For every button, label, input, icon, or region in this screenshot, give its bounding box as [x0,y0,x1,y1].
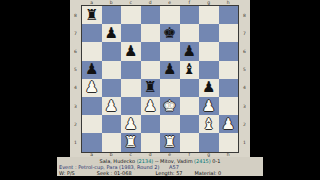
rank-label-2: 2 [239,115,250,133]
square-c7 [121,24,141,42]
square-h5 [219,61,239,79]
piece-white-rook-c1: ♜ [124,135,137,150]
square-f1 [180,133,200,151]
square-f7 [180,24,200,42]
square-e3: ♚ [160,97,180,115]
square-d7 [141,24,161,42]
square-h4 [219,79,239,97]
square-b3: ♟ [102,97,122,115]
rank-label-8: 8 [70,6,81,24]
stat-side: W: P/S [59,170,75,176]
square-f6: ♟ [180,42,200,60]
square-e6 [160,42,180,60]
rank-label-1: 1 [239,133,250,151]
rank-labels-left: 87654321 [70,6,81,152]
stat-length: Length: 57 [156,170,183,176]
piece-white-bishop-g2: ♝ [202,117,215,132]
rank-label-6: 6 [70,42,81,60]
square-g4: ♟ [199,79,219,97]
square-a7 [82,24,102,42]
square-b5 [102,61,122,79]
piece-black-pawn-e5: ♟ [163,62,176,77]
piece-black-king-e7: ♚ [163,26,176,41]
rank-label-7: 7 [70,24,81,42]
piece-black-pawn-b7: ♟ [105,26,118,41]
square-c5 [121,61,141,79]
square-e7: ♚ [160,24,180,42]
square-a5: ♟ [82,61,102,79]
square-f8 [180,6,200,24]
rank-labels-right: 87654321 [239,6,250,152]
rank-label-5: 5 [239,61,250,79]
square-d6 [141,42,161,60]
players-line: Sala, Hudecko (2134) -- Mitov, Vadim (24… [57,157,263,164]
piece-black-pawn-g4: ♟ [202,80,215,95]
square-h8 [219,6,239,24]
piece-black-bishop-f5: ♝ [183,62,196,77]
square-e1: ♜ [160,133,180,151]
square-g2: ♝ [199,115,219,133]
square-a8: ♜ [82,6,102,24]
square-g8 [199,6,219,24]
square-a1 [82,133,102,151]
rank-label-3: 3 [70,97,81,115]
square-b6 [102,42,122,60]
square-d8 [141,6,161,24]
rank-label-2: 2 [70,115,81,133]
rank-label-6: 6 [239,42,250,60]
square-b7: ♟ [102,24,122,42]
piece-black-pawn-a5: ♟ [85,62,98,77]
rank-label-7: 7 [239,24,250,42]
square-c3 [121,97,141,115]
square-h7 [219,24,239,42]
piece-black-rook-d4: ♜ [144,80,157,95]
piece-white-pawn-d3: ♟ [144,99,157,114]
caption-panel: Sala, Hudecko (2134) -- Mitov, Vadim (24… [57,157,263,176]
square-h2: ♟ [219,115,239,133]
stat-material: Material: 0 [195,170,222,176]
square-c4 [121,79,141,97]
stat-seek: Seek : 01-068 [97,170,132,176]
piece-white-pawn-a4: ♟ [85,80,98,95]
square-a4: ♟ [82,79,102,97]
piece-white-pawn-c2: ♟ [124,117,137,132]
square-h3 [219,97,239,115]
square-g3: ♟ [199,97,219,115]
rank-label-8: 8 [239,6,250,24]
square-a6 [82,42,102,60]
square-g7 [199,24,219,42]
black-player-rating: (2415) [194,158,211,164]
rank-label-3: 3 [239,97,250,115]
square-d4: ♜ [141,79,161,97]
square-a2 [82,115,102,133]
piece-white-rook-e1: ♜ [163,135,176,150]
board-frame: abcdefgh 87654321 87654321 ♜♟♚♟♟♟♟♝♟♜♟♟♟… [70,0,250,157]
square-e8 [160,6,180,24]
square-b4 [102,79,122,97]
piece-white-king-e3: ♚ [163,99,176,114]
square-b8 [102,6,122,24]
square-h1 [219,133,239,151]
square-a3 [82,97,102,115]
square-d5 [141,61,161,79]
square-g5 [199,61,219,79]
square-d3: ♟ [141,97,161,115]
rank-label-5: 5 [70,61,81,79]
square-e5: ♟ [160,61,180,79]
piece-black-pawn-f6: ♟ [183,44,196,59]
square-f3 [180,97,200,115]
stats-line: W: P/S Seek : 01-068 Length: 57 Material… [57,170,263,176]
square-f2 [180,115,200,133]
chess-board: ♜♟♚♟♟♟♟♝♟♜♟♟♟♚♟♟♝♟♜♜ [81,5,239,153]
rank-label-1: 1 [70,133,81,151]
piece-black-rook-a8: ♜ [85,8,98,23]
square-e4 [160,79,180,97]
square-e2 [160,115,180,133]
game-result: 0-1 [212,158,220,164]
square-f5: ♝ [180,61,200,79]
square-c6: ♟ [121,42,141,60]
square-c8 [121,6,141,24]
rank-label-4: 4 [239,79,250,97]
square-c1: ♜ [121,133,141,151]
rank-label-4: 4 [70,79,81,97]
square-h6 [219,42,239,60]
piece-white-pawn-b3: ♟ [105,99,118,114]
square-b2 [102,115,122,133]
square-f4 [180,79,200,97]
video-frame: abcdefgh 87654321 87654321 ♜♟♚♟♟♟♟♝♟♜♟♟♟… [0,0,320,180]
piece-black-pawn-c6: ♟ [124,44,137,59]
square-b1 [102,133,122,151]
square-g1 [199,133,219,151]
piece-white-pawn-g3: ♟ [202,99,215,114]
square-d2 [141,115,161,133]
square-d1 [141,133,161,151]
piece-white-pawn-h2: ♟ [222,117,235,132]
square-g6 [199,42,219,60]
square-c2: ♟ [121,115,141,133]
